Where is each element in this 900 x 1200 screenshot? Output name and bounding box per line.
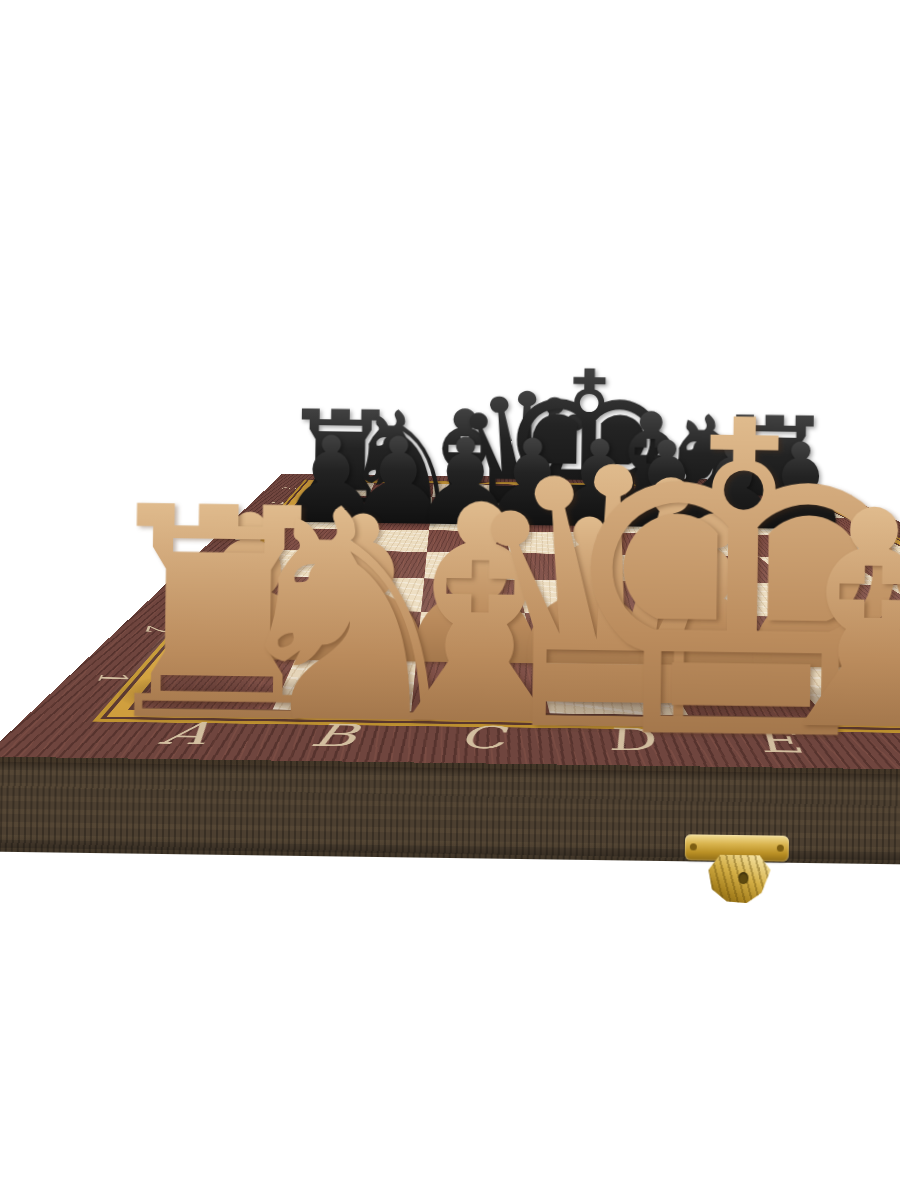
piece-white-knight-g1: ♞ — [871, 479, 900, 775]
board-assembly: ABCDEFGH12345678 ♜♞♝♛♚♝♞♜♟♟♟♟♟♟♟♟♟♟♟♟♟♟♟… — [0, 0, 900, 1200]
pieces-layer: ♜♞♝♛♚♝♞♜♟♟♟♟♟♟♟♟♟♟♟♟♟♟♟♟♜♞♝♛♚♝♞♜ — [0, 0, 900, 1200]
scene: ABCDEFGH12345678 ♜♞♝♛♚♝♞♜♟♟♟♟♟♟♟♟♟♟♟♟♟♟♟… — [0, 0, 900, 1200]
